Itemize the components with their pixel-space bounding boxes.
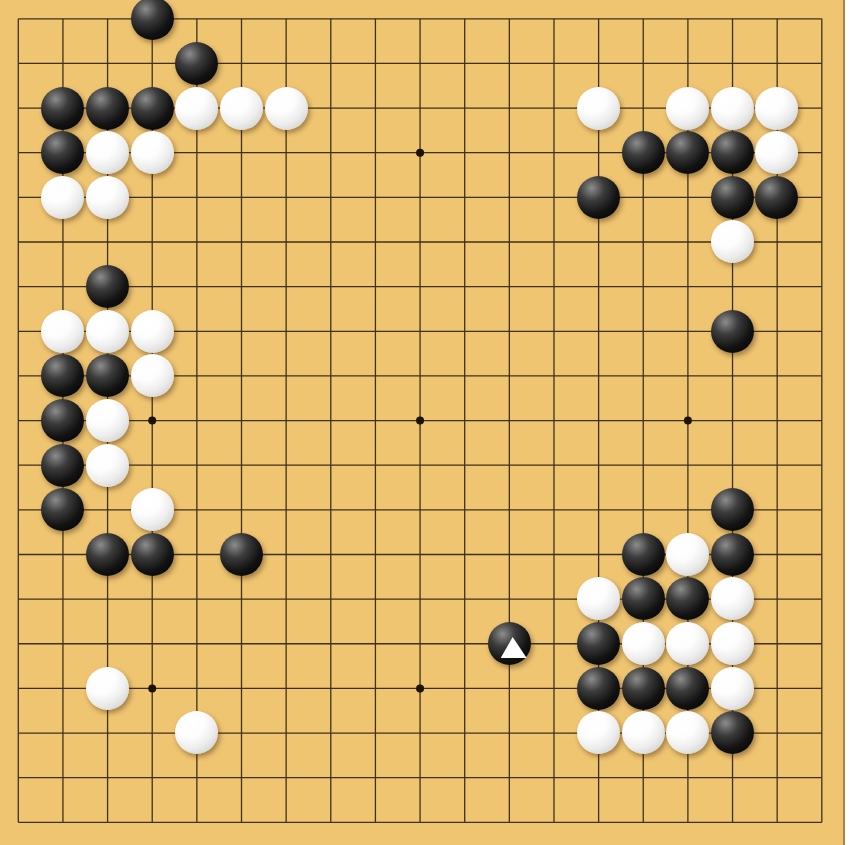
intersection-K17[interactable] — [398, 86, 443, 131]
intersection-M13[interactable] — [487, 264, 532, 309]
intersection-J1[interactable] — [353, 800, 398, 845]
intersection-S4[interactable] — [755, 666, 800, 711]
intersection-M15[interactable] — [487, 175, 532, 220]
intersection-A9[interactable] — [0, 443, 41, 488]
intersection-B13[interactable] — [41, 264, 86, 309]
intersection-A18[interactable] — [0, 41, 41, 86]
intersection-O9[interactable] — [576, 443, 621, 488]
intersection-E7[interactable] — [174, 532, 219, 577]
intersection-S2[interactable] — [755, 755, 800, 800]
intersection-F15[interactable] — [219, 175, 264, 220]
intersection-P7[interactable] — [621, 532, 666, 577]
intersection-M1[interactable] — [487, 800, 532, 845]
intersection-K13[interactable] — [398, 264, 443, 309]
intersection-H7[interactable] — [308, 532, 353, 577]
intersection-C17[interactable] — [85, 86, 130, 131]
intersection-R12[interactable] — [710, 309, 755, 354]
intersection-T16[interactable] — [799, 130, 844, 175]
intersection-E15[interactable] — [174, 175, 219, 220]
intersection-H17[interactable] — [308, 86, 353, 131]
intersection-D10[interactable] — [130, 398, 175, 443]
intersection-Q4[interactable] — [665, 666, 710, 711]
intersection-M16[interactable] — [487, 130, 532, 175]
intersection-R2[interactable] — [710, 755, 755, 800]
intersection-J6[interactable] — [353, 577, 398, 622]
intersection-B16[interactable] — [41, 130, 86, 175]
intersection-J14[interactable] — [353, 220, 398, 265]
intersection-E9[interactable] — [174, 443, 219, 488]
intersection-T18[interactable] — [799, 41, 844, 86]
intersection-K10[interactable] — [398, 398, 443, 443]
intersection-A13[interactable] — [0, 264, 41, 309]
intersection-J15[interactable] — [353, 175, 398, 220]
intersection-N10[interactable] — [531, 398, 576, 443]
intersection-H5[interactable] — [308, 621, 353, 666]
intersection-F19[interactable] — [219, 0, 264, 41]
intersection-L14[interactable] — [442, 220, 487, 265]
intersection-D16[interactable] — [130, 130, 175, 175]
intersection-M17[interactable] — [487, 86, 532, 131]
intersection-S6[interactable] — [755, 577, 800, 622]
intersection-R5[interactable] — [710, 621, 755, 666]
intersection-N17[interactable] — [531, 86, 576, 131]
intersection-P18[interactable] — [621, 41, 666, 86]
intersection-R3[interactable] — [710, 710, 755, 755]
intersection-P9[interactable] — [621, 443, 666, 488]
intersection-A3[interactable] — [0, 710, 41, 755]
intersection-S10[interactable] — [755, 398, 800, 443]
intersection-B14[interactable] — [41, 220, 86, 265]
intersection-R4[interactable] — [710, 666, 755, 711]
intersection-T15[interactable] — [799, 175, 844, 220]
intersection-K18[interactable] — [398, 41, 443, 86]
intersection-S14[interactable] — [755, 220, 800, 265]
intersection-J16[interactable] — [353, 130, 398, 175]
intersection-P2[interactable] — [621, 755, 666, 800]
intersection-K9[interactable] — [398, 443, 443, 488]
intersection-B2[interactable] — [41, 755, 86, 800]
intersection-F3[interactable] — [219, 710, 264, 755]
intersection-Q14[interactable] — [665, 220, 710, 265]
intersection-R17[interactable] — [710, 86, 755, 131]
intersection-A1[interactable] — [0, 800, 41, 845]
intersection-O14[interactable] — [576, 220, 621, 265]
intersection-F11[interactable] — [219, 353, 264, 398]
intersection-J2[interactable] — [353, 755, 398, 800]
intersection-Q5[interactable] — [665, 621, 710, 666]
intersection-C9[interactable] — [85, 443, 130, 488]
intersection-C4[interactable] — [85, 666, 130, 711]
intersection-Q16[interactable] — [665, 130, 710, 175]
intersection-G2[interactable] — [264, 755, 309, 800]
intersection-D15[interactable] — [130, 175, 175, 220]
intersection-R6[interactable] — [710, 577, 755, 622]
intersection-P4[interactable] — [621, 666, 666, 711]
intersection-O13[interactable] — [576, 264, 621, 309]
intersection-D1[interactable] — [130, 800, 175, 845]
intersection-S1[interactable] — [755, 800, 800, 845]
intersection-F7[interactable] — [219, 532, 264, 577]
intersection-Q3[interactable] — [665, 710, 710, 755]
intersection-F1[interactable] — [219, 800, 264, 845]
intersection-J13[interactable] — [353, 264, 398, 309]
intersection-A4[interactable] — [0, 666, 41, 711]
intersection-L4[interactable] — [442, 666, 487, 711]
intersection-Q15[interactable] — [665, 175, 710, 220]
intersection-H4[interactable] — [308, 666, 353, 711]
intersection-Q9[interactable] — [665, 443, 710, 488]
intersection-K19[interactable] — [398, 0, 443, 41]
intersection-H16[interactable] — [308, 130, 353, 175]
intersection-A17[interactable] — [0, 86, 41, 131]
intersection-N11[interactable] — [531, 353, 576, 398]
intersection-S3[interactable] — [755, 710, 800, 755]
intersection-O15[interactable] — [576, 175, 621, 220]
intersection-H14[interactable] — [308, 220, 353, 265]
intersection-B4[interactable] — [41, 666, 86, 711]
intersection-R18[interactable] — [710, 41, 755, 86]
intersection-M7[interactable] — [487, 532, 532, 577]
intersection-A16[interactable] — [0, 130, 41, 175]
intersection-L13[interactable] — [442, 264, 487, 309]
intersection-K15[interactable] — [398, 175, 443, 220]
intersection-M4[interactable] — [487, 666, 532, 711]
intersection-C7[interactable] — [85, 532, 130, 577]
intersection-T6[interactable] — [799, 577, 844, 622]
intersection-F18[interactable] — [219, 41, 264, 86]
intersection-L5[interactable] — [442, 621, 487, 666]
intersection-H6[interactable] — [308, 577, 353, 622]
intersection-C16[interactable] — [85, 130, 130, 175]
intersection-M6[interactable] — [487, 577, 532, 622]
intersection-N14[interactable] — [531, 220, 576, 265]
intersection-O16[interactable] — [576, 130, 621, 175]
intersection-K4[interactable] — [398, 666, 443, 711]
intersection-F6[interactable] — [219, 577, 264, 622]
intersection-R8[interactable] — [710, 487, 755, 532]
intersection-M3[interactable] — [487, 710, 532, 755]
intersection-B7[interactable] — [41, 532, 86, 577]
intersection-E5[interactable] — [174, 621, 219, 666]
intersection-C10[interactable] — [85, 398, 130, 443]
intersection-B3[interactable] — [41, 710, 86, 755]
intersection-D18[interactable] — [130, 41, 175, 86]
intersection-O18[interactable] — [576, 41, 621, 86]
intersection-P6[interactable] — [621, 577, 666, 622]
intersection-F12[interactable] — [219, 309, 264, 354]
intersection-B8[interactable] — [41, 487, 86, 532]
intersection-Q6[interactable] — [665, 577, 710, 622]
intersection-K8[interactable] — [398, 487, 443, 532]
intersection-S15[interactable] — [755, 175, 800, 220]
intersection-N12[interactable] — [531, 309, 576, 354]
intersection-T1[interactable] — [799, 800, 844, 845]
intersection-E11[interactable] — [174, 353, 219, 398]
intersection-C5[interactable] — [85, 621, 130, 666]
intersection-Q13[interactable] — [665, 264, 710, 309]
intersection-F17[interactable] — [219, 86, 264, 131]
intersection-N5[interactable] — [531, 621, 576, 666]
intersection-G12[interactable] — [264, 309, 309, 354]
intersection-F8[interactable] — [219, 487, 264, 532]
intersection-A11[interactable] — [0, 353, 41, 398]
intersection-Q7[interactable] — [665, 532, 710, 577]
intersection-O10[interactable] — [576, 398, 621, 443]
intersection-T8[interactable] — [799, 487, 844, 532]
intersection-G17[interactable] — [264, 86, 309, 131]
intersection-E6[interactable] — [174, 577, 219, 622]
intersection-R10[interactable] — [710, 398, 755, 443]
intersection-B10[interactable] — [41, 398, 86, 443]
intersection-Q12[interactable] — [665, 309, 710, 354]
intersection-P5[interactable] — [621, 621, 666, 666]
intersection-N1[interactable] — [531, 800, 576, 845]
intersection-N6[interactable] — [531, 577, 576, 622]
intersection-T14[interactable] — [799, 220, 844, 265]
intersection-M5[interactable] — [487, 621, 532, 666]
intersection-F10[interactable] — [219, 398, 264, 443]
intersection-Q8[interactable] — [665, 487, 710, 532]
intersection-S19[interactable] — [755, 0, 800, 41]
intersection-C13[interactable] — [85, 264, 130, 309]
intersection-G8[interactable] — [264, 487, 309, 532]
intersection-B6[interactable] — [41, 577, 86, 622]
intersection-A5[interactable] — [0, 621, 41, 666]
intersection-K3[interactable] — [398, 710, 443, 755]
intersection-H2[interactable] — [308, 755, 353, 800]
intersection-C8[interactable] — [85, 487, 130, 532]
intersection-L18[interactable] — [442, 41, 487, 86]
intersection-M8[interactable] — [487, 487, 532, 532]
intersection-C14[interactable] — [85, 220, 130, 265]
intersection-S18[interactable] — [755, 41, 800, 86]
intersection-E12[interactable] — [174, 309, 219, 354]
intersection-A6[interactable] — [0, 577, 41, 622]
intersection-G5[interactable] — [264, 621, 309, 666]
intersection-H10[interactable] — [308, 398, 353, 443]
intersection-C12[interactable] — [85, 309, 130, 354]
intersection-F14[interactable] — [219, 220, 264, 265]
intersection-H13[interactable] — [308, 264, 353, 309]
intersection-F16[interactable] — [219, 130, 264, 175]
intersection-E8[interactable] — [174, 487, 219, 532]
intersection-B11[interactable] — [41, 353, 86, 398]
intersection-D8[interactable] — [130, 487, 175, 532]
intersection-D14[interactable] — [130, 220, 175, 265]
intersection-A10[interactable] — [0, 398, 41, 443]
intersection-H11[interactable] — [308, 353, 353, 398]
intersection-H18[interactable] — [308, 41, 353, 86]
intersection-P19[interactable] — [621, 0, 666, 41]
intersection-P8[interactable] — [621, 487, 666, 532]
intersection-D9[interactable] — [130, 443, 175, 488]
intersection-K16[interactable] — [398, 130, 443, 175]
intersection-J3[interactable] — [353, 710, 398, 755]
intersection-G14[interactable] — [264, 220, 309, 265]
intersection-M10[interactable] — [487, 398, 532, 443]
intersection-P3[interactable] — [621, 710, 666, 755]
intersection-E1[interactable] — [174, 800, 219, 845]
intersection-H9[interactable] — [308, 443, 353, 488]
intersection-L12[interactable] — [442, 309, 487, 354]
intersection-S12[interactable] — [755, 309, 800, 354]
intersection-G18[interactable] — [264, 41, 309, 86]
intersection-R14[interactable] — [710, 220, 755, 265]
intersection-B12[interactable] — [41, 309, 86, 354]
intersection-O5[interactable] — [576, 621, 621, 666]
intersection-K12[interactable] — [398, 309, 443, 354]
intersection-L3[interactable] — [442, 710, 487, 755]
intersection-D7[interactable] — [130, 532, 175, 577]
intersection-M18[interactable] — [487, 41, 532, 86]
intersection-O11[interactable] — [576, 353, 621, 398]
intersection-E19[interactable] — [174, 0, 219, 41]
intersection-N7[interactable] — [531, 532, 576, 577]
intersection-K6[interactable] — [398, 577, 443, 622]
intersection-H1[interactable] — [308, 800, 353, 845]
intersection-E2[interactable] — [174, 755, 219, 800]
intersection-D19[interactable] — [130, 0, 175, 41]
intersection-N8[interactable] — [531, 487, 576, 532]
intersection-C18[interactable] — [85, 41, 130, 86]
intersection-Q10[interactable] — [665, 398, 710, 443]
intersection-P14[interactable] — [621, 220, 666, 265]
intersection-S17[interactable] — [755, 86, 800, 131]
intersection-Q18[interactable] — [665, 41, 710, 86]
intersection-T4[interactable] — [799, 666, 844, 711]
intersection-K14[interactable] — [398, 220, 443, 265]
intersection-J10[interactable] — [353, 398, 398, 443]
intersection-D2[interactable] — [130, 755, 175, 800]
intersection-A2[interactable] — [0, 755, 41, 800]
intersection-O2[interactable] — [576, 755, 621, 800]
intersection-M19[interactable] — [487, 0, 532, 41]
intersection-S8[interactable] — [755, 487, 800, 532]
intersection-L17[interactable] — [442, 86, 487, 131]
intersection-T13[interactable] — [799, 264, 844, 309]
intersection-L10[interactable] — [442, 398, 487, 443]
intersection-Q1[interactable] — [665, 800, 710, 845]
intersection-K5[interactable] — [398, 621, 443, 666]
intersection-L9[interactable] — [442, 443, 487, 488]
intersection-D12[interactable] — [130, 309, 175, 354]
intersection-M9[interactable] — [487, 443, 532, 488]
intersection-G19[interactable] — [264, 0, 309, 41]
intersection-L8[interactable] — [442, 487, 487, 532]
intersection-F13[interactable] — [219, 264, 264, 309]
intersection-G15[interactable] — [264, 175, 309, 220]
intersection-B18[interactable] — [41, 41, 86, 86]
intersection-T5[interactable] — [799, 621, 844, 666]
intersection-E10[interactable] — [174, 398, 219, 443]
intersection-Q11[interactable] — [665, 353, 710, 398]
intersection-L6[interactable] — [442, 577, 487, 622]
intersection-D17[interactable] — [130, 86, 175, 131]
intersection-F2[interactable] — [219, 755, 264, 800]
intersection-T7[interactable] — [799, 532, 844, 577]
intersection-J7[interactable] — [353, 532, 398, 577]
intersection-N16[interactable] — [531, 130, 576, 175]
intersection-C2[interactable] — [85, 755, 130, 800]
intersection-G13[interactable] — [264, 264, 309, 309]
intersection-N18[interactable] — [531, 41, 576, 86]
intersection-C19[interactable] — [85, 0, 130, 41]
intersection-G3[interactable] — [264, 710, 309, 755]
intersection-O1[interactable] — [576, 800, 621, 845]
intersection-R7[interactable] — [710, 532, 755, 577]
intersection-S7[interactable] — [755, 532, 800, 577]
intersection-B19[interactable] — [41, 0, 86, 41]
intersection-G10[interactable] — [264, 398, 309, 443]
intersection-T2[interactable] — [799, 755, 844, 800]
intersection-A19[interactable] — [0, 0, 41, 41]
intersection-N2[interactable] — [531, 755, 576, 800]
intersection-J17[interactable] — [353, 86, 398, 131]
intersection-L16[interactable] — [442, 130, 487, 175]
intersection-N4[interactable] — [531, 666, 576, 711]
intersection-J19[interactable] — [353, 0, 398, 41]
intersection-G4[interactable] — [264, 666, 309, 711]
intersection-O6[interactable] — [576, 577, 621, 622]
intersection-N13[interactable] — [531, 264, 576, 309]
intersection-G6[interactable] — [264, 577, 309, 622]
intersection-C6[interactable] — [85, 577, 130, 622]
intersection-B9[interactable] — [41, 443, 86, 488]
intersection-D6[interactable] — [130, 577, 175, 622]
intersection-E16[interactable] — [174, 130, 219, 175]
intersection-K1[interactable] — [398, 800, 443, 845]
intersection-T9[interactable] — [799, 443, 844, 488]
intersection-G16[interactable] — [264, 130, 309, 175]
intersection-J8[interactable] — [353, 487, 398, 532]
intersection-N3[interactable] — [531, 710, 576, 755]
intersection-R1[interactable] — [710, 800, 755, 845]
intersection-K2[interactable] — [398, 755, 443, 800]
intersection-L2[interactable] — [442, 755, 487, 800]
intersection-T19[interactable] — [799, 0, 844, 41]
intersection-D4[interactable] — [130, 666, 175, 711]
intersection-F9[interactable] — [219, 443, 264, 488]
intersection-G9[interactable] — [264, 443, 309, 488]
intersection-Q17[interactable] — [665, 86, 710, 131]
intersection-A7[interactable] — [0, 532, 41, 577]
intersection-F5[interactable] — [219, 621, 264, 666]
intersection-N15[interactable] — [531, 175, 576, 220]
intersection-N9[interactable] — [531, 443, 576, 488]
intersection-O3[interactable] — [576, 710, 621, 755]
intersection-G1[interactable] — [264, 800, 309, 845]
intersection-B5[interactable] — [41, 621, 86, 666]
intersection-E17[interactable] — [174, 86, 219, 131]
intersection-L19[interactable] — [442, 0, 487, 41]
intersection-N19[interactable] — [531, 0, 576, 41]
intersection-M14[interactable] — [487, 220, 532, 265]
intersection-B17[interactable] — [41, 86, 86, 131]
intersection-R16[interactable] — [710, 130, 755, 175]
intersection-A15[interactable] — [0, 175, 41, 220]
intersection-M11[interactable] — [487, 353, 532, 398]
intersection-P13[interactable] — [621, 264, 666, 309]
intersection-Q2[interactable] — [665, 755, 710, 800]
intersection-D3[interactable] — [130, 710, 175, 755]
intersection-H15[interactable] — [308, 175, 353, 220]
intersection-S13[interactable] — [755, 264, 800, 309]
intersection-T3[interactable] — [799, 710, 844, 755]
intersection-P1[interactable] — [621, 800, 666, 845]
intersection-T12[interactable] — [799, 309, 844, 354]
intersection-O8[interactable] — [576, 487, 621, 532]
intersection-G7[interactable] — [264, 532, 309, 577]
